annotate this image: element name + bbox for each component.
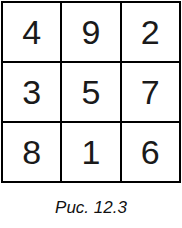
cell-1-1: 5 <box>62 63 119 121</box>
cell-0-2: 2 <box>122 3 179 61</box>
cell-0-0: 4 <box>3 3 60 61</box>
magic-square-grid: 4 9 2 3 5 7 8 1 6 <box>1 1 181 183</box>
cell-2-2: 6 <box>122 123 179 181</box>
cell-1-2: 7 <box>122 63 179 121</box>
figure-caption: Рис. 12.3 <box>0 198 182 218</box>
cell-1-0: 3 <box>3 63 60 121</box>
cell-2-0: 8 <box>3 123 60 181</box>
cell-2-1: 1 <box>62 123 119 181</box>
cell-0-1: 9 <box>62 3 119 61</box>
